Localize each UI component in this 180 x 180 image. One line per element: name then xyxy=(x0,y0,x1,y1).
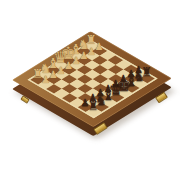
white-rook: ♜ xyxy=(78,35,104,46)
board-case-top: ♜♞♝♛♚♝♞♜♟♟♟♟♟♟♟♟♟♟♟♟♟♟♟♟♜♞♝♛♚♝♞♜ xyxy=(12,31,172,127)
chess-set-product-photo: ♜♞♝♛♚♝♞♜♟♟♟♟♟♟♟♟♟♟♟♟♟♟♟♟♜♞♝♛♚♝♞♜ xyxy=(0,0,180,180)
